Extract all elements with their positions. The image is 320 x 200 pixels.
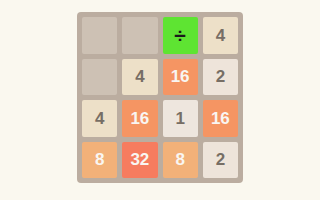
tile-32-r4c2: 32	[122, 142, 157, 179]
empty-cell-r2c1	[82, 59, 117, 96]
tile-4-r2c2: 4	[122, 59, 157, 96]
tile-16-r2c3: 16	[163, 59, 198, 96]
empty-cell-r1c1	[82, 17, 117, 54]
tile-16-r3c2: 16	[122, 100, 157, 137]
empty-cell-r1c2	[122, 17, 157, 54]
tile-2-r2c4: 2	[203, 59, 238, 96]
tile-2-r4c4: 2	[203, 142, 238, 179]
tile-8-r4c3: 8	[163, 142, 198, 179]
tile-8-r4c1: 8	[82, 142, 117, 179]
tile-4-r3c1: 4	[82, 100, 117, 137]
divide-tile-r1c3: ÷	[163, 17, 198, 54]
tile-4-r1c4: 4	[203, 17, 238, 54]
tile-1-r3c3: 1	[163, 100, 198, 137]
2048-board[interactable]: ÷4416241611683282	[77, 12, 243, 183]
tile-16-r3c4: 16	[203, 100, 238, 137]
